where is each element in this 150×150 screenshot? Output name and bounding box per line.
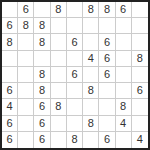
cell-r6c4[interactable] — [51, 83, 67, 99]
cell-r9c3[interactable]: 6 — [34, 132, 50, 148]
cell-r4c6[interactable]: 4 — [83, 51, 99, 67]
cell-r7c6[interactable] — [83, 99, 99, 115]
cell-r8c6[interactable]: 8 — [83, 116, 99, 132]
cell-r6c5[interactable] — [67, 83, 83, 99]
cell-r5c4[interactable] — [51, 67, 67, 83]
cell-r6c7[interactable] — [99, 83, 115, 99]
cell-r1c7[interactable]: 8 — [99, 2, 115, 18]
cell-r6c2[interactable] — [18, 83, 34, 99]
sudoku-board: 68886688886646886668864688668466864 — [0, 0, 150, 150]
cell-r2c4[interactable] — [51, 18, 67, 34]
cell-r3c6[interactable] — [83, 34, 99, 50]
cell-r7c5[interactable] — [67, 99, 83, 115]
cell-r8c9[interactable] — [132, 116, 148, 132]
cell-r7c2[interactable] — [18, 99, 34, 115]
cell-r3c8[interactable] — [116, 34, 132, 50]
cell-r5c6[interactable] — [83, 67, 99, 83]
cell-r5c5[interactable]: 6 — [67, 67, 83, 83]
cell-r6c3[interactable]: 8 — [34, 83, 50, 99]
cell-r5c3[interactable]: 8 — [34, 67, 50, 83]
cell-r9c4[interactable] — [51, 132, 67, 148]
cell-r3c5[interactable]: 6 — [67, 34, 83, 50]
cell-r2c9[interactable] — [132, 18, 148, 34]
cell-r9c6[interactable] — [83, 132, 99, 148]
cell-r4c2[interactable] — [18, 51, 34, 67]
cell-r7c8[interactable]: 8 — [116, 99, 132, 115]
cell-r1c2[interactable]: 6 — [18, 2, 34, 18]
cell-r2c6[interactable] — [83, 18, 99, 34]
cell-r5c2[interactable] — [18, 67, 34, 83]
cell-r8c7[interactable] — [99, 116, 115, 132]
cell-r8c5[interactable] — [67, 116, 83, 132]
cell-r6c8[interactable] — [116, 83, 132, 99]
cell-r3c4[interactable] — [51, 34, 67, 50]
cell-r6c1[interactable]: 6 — [2, 83, 18, 99]
cell-r9c7[interactable]: 6 — [99, 132, 115, 148]
cell-r1c9[interactable] — [132, 2, 148, 18]
cell-r7c3[interactable]: 6 — [34, 99, 50, 115]
cell-r9c2[interactable] — [18, 132, 34, 148]
cell-r7c1[interactable]: 4 — [2, 99, 18, 115]
cell-r1c8[interactable]: 6 — [116, 2, 132, 18]
cell-r3c2[interactable] — [18, 34, 34, 50]
cell-r1c1[interactable] — [2, 2, 18, 18]
cell-r1c5[interactable] — [67, 2, 83, 18]
cell-r3c9[interactable] — [132, 34, 148, 50]
cell-r4c8[interactable] — [116, 51, 132, 67]
cell-r4c4[interactable] — [51, 51, 67, 67]
cell-r5c9[interactable] — [132, 67, 148, 83]
cell-r4c9[interactable]: 8 — [132, 51, 148, 67]
cell-r2c8[interactable] — [116, 18, 132, 34]
cell-r9c9[interactable]: 4 — [132, 132, 148, 148]
cell-r9c1[interactable]: 6 — [2, 132, 18, 148]
cell-r7c9[interactable] — [132, 99, 148, 115]
cell-r4c3[interactable] — [34, 51, 50, 67]
cell-r3c3[interactable]: 8 — [34, 34, 50, 50]
cell-r2c1[interactable]: 6 — [2, 18, 18, 34]
cell-r8c2[interactable] — [18, 116, 34, 132]
cell-r8c8[interactable]: 4 — [116, 116, 132, 132]
cell-r1c3[interactable] — [34, 2, 50, 18]
cell-r9c5[interactable]: 8 — [67, 132, 83, 148]
cell-r3c1[interactable]: 8 — [2, 34, 18, 50]
cell-r1c6[interactable]: 8 — [83, 2, 99, 18]
cell-r2c3[interactable]: 8 — [34, 18, 50, 34]
cell-r7c7[interactable] — [99, 99, 115, 115]
cell-r4c1[interactable] — [2, 51, 18, 67]
cell-r6c9[interactable]: 6 — [132, 83, 148, 99]
cell-r4c5[interactable] — [67, 51, 83, 67]
cell-r8c3[interactable]: 6 — [34, 116, 50, 132]
cell-r8c4[interactable] — [51, 116, 67, 132]
cell-r2c7[interactable] — [99, 18, 115, 34]
cell-r5c8[interactable] — [116, 67, 132, 83]
cell-r4c7[interactable]: 6 — [99, 51, 115, 67]
cell-r2c5[interactable] — [67, 18, 83, 34]
cell-r5c7[interactable]: 6 — [99, 67, 115, 83]
cell-r7c4[interactable]: 8 — [51, 99, 67, 115]
cell-r6c6[interactable]: 8 — [83, 83, 99, 99]
cell-r2c2[interactable]: 8 — [18, 18, 34, 34]
cell-r9c8[interactable] — [116, 132, 132, 148]
cell-r1c4[interactable]: 8 — [51, 2, 67, 18]
cell-r8c1[interactable]: 6 — [2, 116, 18, 132]
cell-r3c7[interactable]: 6 — [99, 34, 115, 50]
cell-r5c1[interactable] — [2, 67, 18, 83]
